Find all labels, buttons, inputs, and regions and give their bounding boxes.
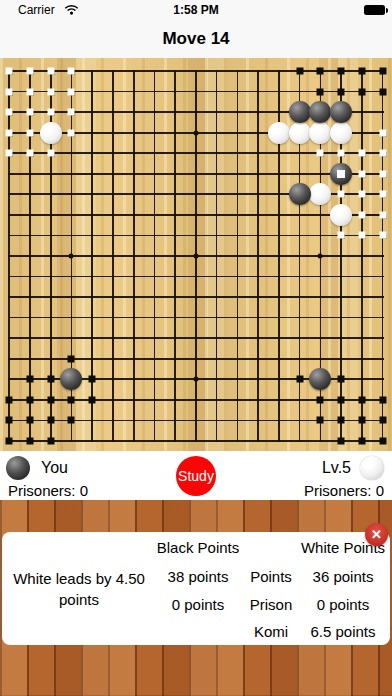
white-stone <box>330 122 352 144</box>
black-prisoners-label: Prisoners: 0 <box>8 482 88 499</box>
black-territory-marker <box>379 417 386 424</box>
black-territory-marker <box>317 68 324 75</box>
white-territory-marker <box>47 150 54 157</box>
grid-line-horizontal <box>8 317 383 319</box>
white-territory-marker <box>26 150 33 157</box>
white-territory-marker <box>68 68 75 75</box>
page-title: Move 14 <box>0 20 392 58</box>
black-territory-marker <box>68 355 75 362</box>
white-territory-marker <box>26 88 33 95</box>
black-territory-marker <box>379 68 386 75</box>
white-territory-marker <box>68 129 75 136</box>
lead-message: White leads by 4.50 points <box>9 568 149 610</box>
white-territory-marker <box>6 129 13 136</box>
star-point <box>69 253 74 258</box>
white-territory-marker <box>47 88 54 95</box>
grid-line-horizontal <box>8 440 383 442</box>
black-territory-marker <box>338 417 345 424</box>
black-territory-marker <box>338 396 345 403</box>
black-territory-marker <box>6 437 13 444</box>
star-point <box>193 130 198 135</box>
black-territory-marker <box>317 88 324 95</box>
black-territory-marker <box>6 417 13 424</box>
black-stone <box>289 101 311 123</box>
black-territory-marker <box>26 417 33 424</box>
white-territory-marker <box>26 109 33 116</box>
white-territory-marker <box>68 109 75 116</box>
black-territory-marker <box>379 396 386 403</box>
white-prisoners-label: Prisoners: 0 <box>304 482 384 499</box>
black-territory-marker <box>358 417 365 424</box>
star-point <box>193 253 198 258</box>
white-prison-value: 0 points <box>317 596 370 613</box>
score-panel: White leads by 4.50 points Black Points … <box>2 532 390 645</box>
black-territory-marker <box>26 437 33 444</box>
white-territory-marker <box>358 170 365 177</box>
go-board[interactable] <box>0 58 392 451</box>
white-territory-marker <box>358 211 365 218</box>
grid-line-vertical <box>361 70 363 442</box>
white-territory-marker <box>6 88 13 95</box>
grid-line-horizontal <box>8 276 383 278</box>
black-territory-marker <box>338 376 345 383</box>
white-territory-marker <box>47 68 54 75</box>
black-territory-marker <box>358 88 365 95</box>
study-button[interactable]: Study <box>176 456 216 496</box>
white-stone <box>289 122 311 144</box>
black-territory-marker <box>89 396 96 403</box>
white-stone <box>40 122 62 144</box>
black-territory-marker <box>47 437 54 444</box>
black-stone <box>309 101 331 123</box>
black-stone <box>309 368 331 390</box>
white-territory-marker <box>6 109 13 116</box>
black-territory-marker <box>379 437 386 444</box>
white-territory-marker <box>26 68 33 75</box>
white-player-label: Lv.5 <box>322 459 351 477</box>
white-territory-marker <box>317 150 324 157</box>
white-territory-marker <box>358 232 365 239</box>
black-player-label: You <box>41 459 68 477</box>
black-stone <box>330 101 352 123</box>
black-territory-marker <box>338 88 345 95</box>
white-stone-icon <box>360 456 384 480</box>
white-player: Lv.5 <box>322 456 384 480</box>
black-territory-marker <box>296 68 303 75</box>
grid-line-vertical <box>382 70 384 442</box>
grid-line-vertical <box>237 70 239 442</box>
black-points-value: 38 points <box>168 568 229 585</box>
grid-line-horizontal <box>8 358 383 360</box>
black-points-header: Black Points <box>157 539 240 556</box>
black-territory-marker <box>358 68 365 75</box>
player-info-bar: You Prisoners: 0 Study Lv.5 Prisoners: 0 <box>0 451 392 500</box>
white-stone <box>330 204 352 226</box>
black-territory-marker <box>6 396 13 403</box>
black-territory-marker <box>47 376 54 383</box>
white-territory-marker <box>379 191 386 198</box>
grid-line-horizontal <box>8 399 383 401</box>
black-territory-marker <box>338 68 345 75</box>
close-icon[interactable]: ✕ <box>365 523 388 546</box>
white-territory-marker <box>358 191 365 198</box>
last-move-marker <box>337 170 345 178</box>
white-territory-marker <box>379 129 386 136</box>
white-territory-marker <box>26 129 33 136</box>
status-bar: Carrier 1:58 PM <box>0 0 392 20</box>
black-stone <box>289 183 311 205</box>
black-territory-marker <box>317 396 324 403</box>
grid-line-horizontal <box>8 337 383 339</box>
black-territory-marker <box>358 437 365 444</box>
black-territory-marker <box>47 417 54 424</box>
white-points-value: 36 points <box>313 568 374 585</box>
app-screen: Carrier 1:58 PM Move 14 You Prisoners: 0… <box>0 0 392 696</box>
star-point <box>318 253 323 258</box>
grid-line-horizontal <box>8 420 383 422</box>
grid-line-horizontal <box>8 296 383 298</box>
white-territory-marker <box>47 109 54 116</box>
white-stone <box>309 122 331 144</box>
wood-floor-background: White leads by 4.50 points Black Points … <box>0 500 392 696</box>
white-territory-marker <box>379 170 386 177</box>
white-stone <box>309 183 331 205</box>
black-territory-marker <box>379 88 386 95</box>
prison-row-label: Prison <box>250 596 293 613</box>
black-territory-marker <box>68 396 75 403</box>
black-territory-marker <box>317 417 324 424</box>
white-stone <box>268 122 290 144</box>
white-territory-marker <box>379 150 386 157</box>
white-territory-marker <box>6 150 13 157</box>
white-territory-marker <box>358 150 365 157</box>
star-point <box>193 377 198 382</box>
black-territory-marker <box>338 437 345 444</box>
black-territory-marker <box>47 396 54 403</box>
black-player: You <box>6 456 68 480</box>
black-prison-value: 0 points <box>172 596 225 613</box>
white-territory-marker <box>6 68 13 75</box>
points-row-label: Points <box>250 568 292 585</box>
black-territory-marker <box>358 396 365 403</box>
black-territory-marker <box>26 376 33 383</box>
battery-icon <box>364 5 385 15</box>
board-grid <box>0 58 392 451</box>
komi-row-label: Komi <box>254 623 288 640</box>
black-stone-icon <box>6 456 30 480</box>
black-territory-marker <box>26 396 33 403</box>
white-territory-marker <box>338 191 345 198</box>
white-territory-marker <box>379 211 386 218</box>
black-stone <box>60 368 82 390</box>
nav-bar: Move 14 <box>0 20 392 59</box>
black-territory-marker <box>68 417 75 424</box>
grid-line-vertical <box>257 70 259 442</box>
grid-line-vertical <box>216 70 218 442</box>
black-territory-marker <box>296 376 303 383</box>
clock: 1:58 PM <box>0 3 392 17</box>
white-territory-marker <box>338 232 345 239</box>
white-territory-marker <box>68 88 75 95</box>
black-territory-marker <box>89 376 96 383</box>
white-territory-marker <box>379 232 386 239</box>
white-komi-value: 6.5 points <box>310 623 375 640</box>
white-territory-marker <box>338 150 345 157</box>
